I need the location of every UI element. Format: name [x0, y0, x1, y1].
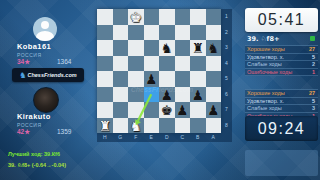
square-g5[interactable] — [113, 71, 129, 87]
square-b6[interactable]: ♟ — [190, 87, 206, 103]
square-a3[interactable]: ♞ — [206, 40, 222, 56]
square-h4[interactable] — [97, 56, 113, 72]
square-h2[interactable] — [97, 25, 113, 41]
square-g7[interactable] — [113, 102, 129, 118]
piece-R-h8[interactable]: ♜ — [97, 118, 113, 134]
square-e6[interactable] — [144, 87, 160, 103]
top-player-name: Koba161 — [17, 42, 51, 51]
piece-r-b3[interactable]: ♜ — [190, 40, 206, 56]
stat-value: 1 — [312, 69, 315, 76]
square-f4[interactable] — [128, 56, 144, 72]
square-e5[interactable]: ♟ — [144, 71, 160, 87]
piece-p-a7[interactable]: ♟ — [206, 102, 222, 118]
piece-N-f8[interactable]: ♞ — [128, 118, 144, 134]
stat-label: Хорошие ходы — [247, 90, 285, 97]
square-a8[interactable] — [206, 118, 222, 134]
square-c3[interactable] — [175, 40, 191, 56]
piece-n-d3[interactable]: ♞ — [159, 40, 175, 56]
chat-panel[interactable] — [245, 150, 318, 176]
rank-label-6: 6 — [221, 87, 232, 103]
square-f7[interactable] — [128, 102, 144, 118]
square-d6[interactable]: ♟ — [159, 87, 175, 103]
move-quality-badge — [310, 36, 315, 41]
rank-labels: 12345678 — [221, 9, 232, 142]
square-c7[interactable]: ♟ — [175, 102, 191, 118]
square-a6[interactable] — [206, 87, 222, 103]
stat-value: 5 — [312, 54, 315, 61]
square-f8[interactable]: ♞ — [128, 118, 144, 134]
game-window: Koba161 РОССИЯ 34★ 1364 ♞ ChessFriends.c… — [0, 0, 320, 180]
top-player-rating: 1364 — [57, 58, 71, 65]
rank-label-7: 7 — [221, 102, 232, 118]
square-h5[interactable] — [97, 71, 113, 87]
stat-value: 3 — [312, 105, 315, 112]
square-d4[interactable] — [159, 56, 175, 72]
logo-text: ChessFriends.com — [27, 72, 76, 78]
file-label-H: H — [97, 133, 113, 142]
stat-value: 27 — [309, 46, 315, 53]
square-b7[interactable] — [190, 102, 206, 118]
square-c8[interactable] — [175, 118, 191, 134]
square-b4[interactable] — [190, 56, 206, 72]
piece-K-f1[interactable]: ♚ — [128, 9, 144, 25]
stat-label: Ошибочные ходы — [247, 69, 292, 76]
best-move-hint: Лучший ход: 39.Кf6 — [8, 151, 60, 157]
stat-label: Удовлетвор. х. — [247, 98, 284, 105]
square-b8[interactable] — [190, 118, 206, 134]
square-e1[interactable] — [144, 9, 160, 25]
square-g4[interactable] — [113, 56, 129, 72]
piece-n-a3[interactable]: ♞ — [206, 40, 222, 56]
stat-row: Хорошие ходы27 — [245, 46, 318, 54]
piece-p-b6[interactable]: ♟ — [190, 87, 206, 103]
file-label-A: A — [206, 133, 222, 142]
square-g8[interactable] — [113, 118, 129, 134]
rank-label-8: 8 — [221, 118, 232, 134]
file-label-F: F — [128, 133, 144, 142]
stat-row: Удовлетвор. х.5 — [245, 98, 318, 106]
square-a4[interactable] — [206, 56, 222, 72]
stat-label: Хорошие ходы — [247, 46, 285, 53]
rank-label-3: 3 — [221, 40, 232, 56]
square-g2[interactable] — [113, 25, 129, 41]
avatar-bottom-player — [33, 87, 59, 113]
square-c1[interactable] — [175, 9, 191, 25]
square-a2[interactable] — [206, 25, 222, 41]
piece-k-d7[interactable]: ♚ — [159, 102, 175, 118]
square-c5[interactable] — [175, 71, 191, 87]
square-g6[interactable] — [113, 87, 129, 103]
square-a5[interactable] — [206, 71, 222, 87]
square-e8[interactable] — [144, 118, 160, 134]
square-c4[interactable] — [175, 56, 191, 72]
stat-value: 27 — [309, 90, 315, 97]
last-move-text: 39. ♘f8+ — [247, 35, 279, 43]
chessfriends-logo[interactable]: ♞ ChessFriends.com — [12, 68, 84, 82]
bottom-player-rating: 1359 — [57, 128, 71, 135]
square-f2[interactable] — [128, 25, 144, 41]
rank-label-5: 5 — [221, 71, 232, 87]
bottom-player-clock: 09:24 — [245, 116, 318, 141]
square-g3[interactable] — [113, 40, 129, 56]
file-label-C: C — [175, 133, 191, 142]
bottom-player-stars: 42★ — [17, 128, 30, 136]
square-e3[interactable] — [144, 40, 160, 56]
square-d2[interactable] — [159, 25, 175, 41]
square-b5[interactable] — [190, 71, 206, 87]
square-b2[interactable] — [190, 25, 206, 41]
square-e2[interactable] — [144, 25, 160, 41]
stat-label: Слабые ходы — [247, 105, 282, 112]
top-player-stats-table: Хорошие ходы27Удовлетвор. х.5Слабые ходы… — [245, 45, 318, 76]
stat-row: Слабые ходы3 — [245, 105, 318, 113]
logo-knight-icon: ♞ — [19, 71, 26, 80]
square-b3[interactable]: ♜ — [190, 40, 206, 56]
file-label-D: D — [159, 133, 175, 142]
stat-value: 2 — [312, 61, 315, 68]
last-move-row: 39. ♘f8+ — [245, 35, 318, 43]
top-player-stars: 34★ — [17, 58, 30, 66]
stat-row: Слабые ходы2 — [245, 61, 318, 69]
piece-p-e5[interactable]: ♟ — [144, 71, 160, 87]
square-h7[interactable] — [97, 102, 113, 118]
rank-label-4: 4 — [221, 56, 232, 72]
top-player-clock: 05:41 — [245, 8, 318, 32]
square-c6[interactable] — [175, 87, 191, 103]
square-f3[interactable] — [128, 40, 144, 56]
square-b1[interactable] — [190, 9, 206, 25]
square-e7[interactable] — [144, 102, 160, 118]
square-h1[interactable] — [97, 9, 113, 25]
stat-label: Слабые ходы — [247, 61, 282, 68]
board[interactable]: ♚♞♜♞♟♟♟♚♟♟♜♞ — [97, 9, 221, 133]
square-f5[interactable] — [128, 71, 144, 87]
square-d1[interactable] — [159, 9, 175, 25]
stat-label: Удовлетвор. х. — [247, 54, 284, 61]
file-labels: HGFEDCBA — [97, 133, 221, 142]
square-f1[interactable]: ♚ — [128, 9, 144, 25]
square-a1[interactable] — [206, 9, 222, 25]
piece-p-d6[interactable]: ♟ — [159, 87, 175, 103]
stat-value: 5 — [312, 98, 315, 105]
square-h8[interactable]: ♜ — [97, 118, 113, 134]
file-label-E: E — [144, 133, 160, 142]
played-move-eval: 39. ♘f8+ (-0.64→-0.04) — [8, 162, 66, 168]
stat-row: Ошибочные ходы1 — [245, 69, 318, 77]
stat-row: Удовлетвор. х.5 — [245, 54, 318, 62]
avatar-shoulders-icon — [36, 31, 54, 41]
rank-label-2: 2 — [221, 25, 232, 41]
rank-label-1: 1 — [221, 9, 232, 25]
avatar-head-icon — [41, 21, 49, 29]
stat-row: Хорошие ходы27 — [245, 90, 318, 98]
file-label-B: B — [190, 133, 206, 142]
square-a7[interactable]: ♟ — [206, 102, 222, 118]
square-d8[interactable] — [159, 118, 175, 134]
square-g1[interactable] — [113, 9, 129, 25]
square-h6[interactable] — [97, 87, 113, 103]
avatar-top-player — [33, 17, 57, 41]
square-e4[interactable] — [144, 56, 160, 72]
square-c2[interactable] — [175, 25, 191, 41]
file-label-G: G — [113, 133, 129, 142]
piece-p-c7[interactable]: ♟ — [175, 102, 191, 118]
square-f6[interactable] — [128, 87, 144, 103]
square-h3[interactable] — [97, 40, 113, 56]
square-d7[interactable]: ♚ — [159, 102, 175, 118]
square-d3[interactable]: ♞ — [159, 40, 175, 56]
bottom-player-name: Kirakuto — [17, 112, 51, 121]
square-d5[interactable] — [159, 71, 175, 87]
